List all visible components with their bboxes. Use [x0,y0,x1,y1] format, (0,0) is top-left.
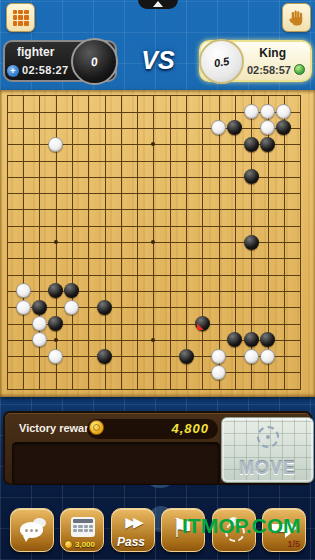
watermark: ITMOP.COM [182,514,301,538]
black-stone [32,300,47,315]
white-stone [244,104,259,119]
white-stone [32,332,47,347]
right-player-timer: 02:58:57 [247,64,291,76]
victory-reward-label: Victory reward [19,422,95,434]
vs-label: VS [120,46,196,75]
grid-line [202,95,203,389]
white-stone [244,349,259,364]
move-button-label: MOVE [222,458,313,479]
move-button[interactable]: MOVE [221,417,314,483]
black-stone [195,316,210,331]
black-stone [97,300,112,315]
last-move-marker [197,323,204,330]
pass-label: Pass [112,535,150,549]
bottom-panel: Victory reward 4,800 MOVE [3,411,312,485]
right-player-name: King [259,46,286,60]
star-point [151,142,155,146]
black-stone [260,137,275,152]
grid-line [284,95,285,389]
grid-line [300,95,301,389]
grid-line [7,275,301,276]
notification-pull-tab[interactable] [138,0,178,9]
left-player-timer: 02:58:27 [22,64,68,76]
black-stone [244,169,259,184]
star-point [151,338,155,342]
grid-menu-icon [13,10,29,26]
reward-amount: 4,800 [171,421,209,436]
white-stone [32,316,47,331]
black-stone [244,137,259,152]
left-player-name: fighter [17,45,54,59]
score-estimate-button[interactable]: 3,000 [60,508,104,552]
black-stone [48,283,63,298]
coin-icon [64,540,73,549]
white-stone [16,300,31,315]
grid-line [7,307,301,308]
cost-badge: 3,000 [64,540,95,549]
calculator-icon [71,517,95,537]
white-stone [211,365,226,380]
star-point [54,338,58,342]
black-stone [97,349,112,364]
online-status-dot [294,64,305,75]
pass-button[interactable]: ▶▶ Pass [111,508,155,552]
white-stone [16,283,31,298]
white-stone [276,104,291,119]
star-point [54,240,58,244]
chat-log-box[interactable] [12,442,220,485]
white-stone [48,137,63,152]
target-icon [257,426,279,448]
black-stone [64,283,79,298]
white-stone [48,349,63,364]
black-stone-avatar: 0 [71,38,118,85]
reward-amount-box: 4,800 [87,419,218,439]
star-point [151,240,155,244]
black-stone [244,235,259,250]
right-player-panel: 0.5 King 02:58:57 [199,40,312,82]
white-stone [211,120,226,135]
black-stone [227,332,242,347]
grid-line [7,258,301,259]
grid-line [186,95,187,389]
grid-line [219,95,220,389]
menu-button[interactable] [6,3,35,32]
white-stone [64,300,79,315]
hand-button[interactable] [282,3,311,32]
komi-value: 0.5 [213,54,230,68]
white-stone [260,120,275,135]
white-stone [260,104,275,119]
go-board[interactable] [0,90,315,397]
black-capture-count: 0 [90,54,99,69]
chevron-up-icon [153,1,163,7]
white-stone-avatar: 0.5 [199,39,244,84]
go-game-screen: fighter + 02:58:27 ▶▶ 0 VS 0.5 King 02:5… [0,0,315,560]
left-player-panel: fighter + 02:58:27 ▶▶ 0 [3,40,117,82]
coin-icon [89,420,104,435]
chat-button[interactable] [10,508,54,552]
grid-line [170,95,171,389]
black-stone [244,332,259,347]
black-stone [48,316,63,331]
black-stone [179,349,194,364]
black-stone [227,120,242,135]
hand-icon [288,9,306,27]
grid-line [7,372,301,373]
cost-amount: 3,000 [75,540,95,549]
black-stone [260,332,275,347]
page-indicator: 1/5 [287,539,300,549]
black-stone [276,120,291,135]
grid-line [7,389,301,390]
chat-bubble-icon [20,522,43,538]
white-stone [260,349,275,364]
white-stone [211,349,226,364]
add-time-badge[interactable]: + [7,65,19,77]
fast-forward-icon: ▶▶ [112,514,154,530]
